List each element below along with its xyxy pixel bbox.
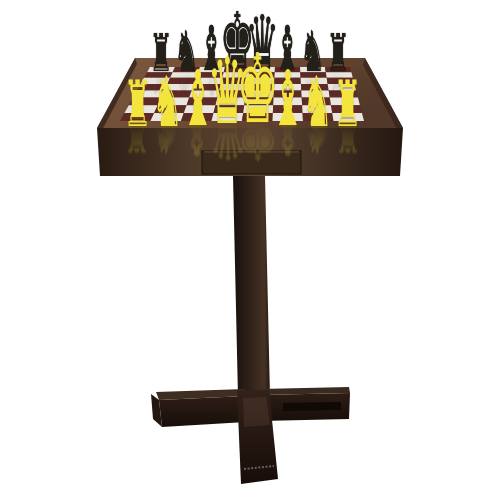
square-b8 — [173, 67, 200, 72]
square-b6 — [167, 78, 196, 84]
square-e3 — [244, 98, 273, 106]
square-g6 — [301, 78, 328, 84]
square-e8 — [249, 67, 275, 72]
square-d2 — [214, 105, 245, 113]
pedestal — [233, 176, 270, 397]
square-e6 — [247, 78, 274, 84]
square-f4 — [274, 91, 302, 98]
foot-top-sheen — [243, 397, 270, 427]
square-a5 — [137, 84, 167, 91]
square-h7 — [326, 72, 353, 78]
square-b5 — [164, 84, 194, 91]
base-left-arm-front — [159, 396, 246, 427]
square-a8 — [147, 67, 175, 72]
square-e2 — [243, 105, 273, 113]
square-h2 — [331, 105, 362, 113]
square-a3 — [129, 98, 161, 106]
square-h5 — [328, 84, 356, 91]
square-c6 — [194, 78, 222, 84]
square-g3 — [302, 98, 331, 106]
square-e7 — [248, 72, 274, 78]
square-h1 — [332, 113, 364, 121]
cross-base — [151, 387, 350, 484]
square-h8 — [325, 67, 351, 72]
square-f1 — [273, 113, 304, 121]
square-e1 — [242, 113, 273, 121]
square-d4 — [217, 91, 246, 98]
square-f7 — [275, 72, 301, 78]
square-d1 — [212, 113, 244, 121]
square-c7 — [196, 72, 224, 78]
square-g7 — [300, 72, 326, 78]
square-b3 — [158, 98, 190, 106]
square-h4 — [329, 91, 358, 98]
square-f6 — [274, 78, 301, 84]
square-f8 — [275, 67, 301, 72]
pedestal-column — [233, 176, 270, 397]
square-d5 — [219, 84, 247, 91]
drawer-seam-highlight — [204, 151, 299, 153]
checkerboard — [120, 67, 364, 121]
square-a7 — [144, 72, 173, 78]
square-c4 — [189, 91, 219, 98]
square-a1 — [120, 113, 154, 121]
square-a2 — [124, 105, 157, 113]
square-b1 — [151, 113, 184, 121]
square-g8 — [300, 67, 326, 72]
square-b4 — [161, 91, 192, 98]
square-h3 — [330, 98, 360, 106]
square-g1 — [303, 113, 334, 121]
square-b7 — [170, 72, 198, 78]
square-c8 — [198, 67, 225, 72]
square-e4 — [245, 91, 273, 98]
square-d6 — [221, 78, 249, 84]
square-f5 — [274, 84, 301, 91]
table-top — [97, 58, 403, 176]
square-d7 — [222, 72, 249, 78]
square-a6 — [141, 78, 170, 84]
square-a4 — [133, 91, 164, 98]
square-b2 — [154, 105, 186, 113]
square-h6 — [327, 78, 355, 84]
drawer-front — [202, 151, 301, 174]
square-d3 — [215, 98, 245, 106]
base-right-arm-slot-shadow — [283, 402, 341, 411]
square-c3 — [187, 98, 218, 106]
square-c5 — [192, 84, 221, 91]
square-g5 — [301, 84, 329, 91]
square-c1 — [181, 113, 214, 121]
square-f3 — [273, 98, 302, 106]
square-g4 — [301, 91, 330, 98]
square-f2 — [273, 105, 303, 113]
table-illustration — [0, 0, 500, 500]
chess-table-photo: ♜♜♞♞♝♝♚♚♛♛♝♝♞♞♜♜♜♜♞♞♝♝♛♛♚♚♝♝♞♞♜♜ — [0, 0, 500, 500]
square-g2 — [302, 105, 332, 113]
square-c2 — [184, 105, 216, 113]
square-d8 — [224, 67, 250, 72]
square-e5 — [247, 84, 275, 91]
